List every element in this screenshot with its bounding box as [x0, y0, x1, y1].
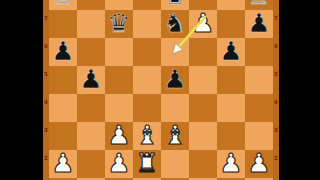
square-d5[interactable]	[133, 66, 161, 94]
square-f6[interactable]	[189, 38, 217, 66]
white-pawn-f7[interactable]: ♟	[189, 10, 217, 38]
square-d1[interactable]	[133, 178, 161, 180]
square-d2[interactable]: ♜	[133, 150, 161, 178]
square-b3[interactable]	[77, 122, 105, 150]
square-e7[interactable]: ♞	[161, 10, 189, 38]
square-c6[interactable]	[105, 38, 133, 66]
square-f5[interactable]	[189, 66, 217, 94]
white-bishop-e3[interactable]: ♝	[161, 122, 189, 150]
square-a3[interactable]	[49, 122, 77, 150]
square-g5[interactable]	[217, 66, 245, 94]
square-h3[interactable]	[245, 122, 273, 150]
square-c5[interactable]	[105, 66, 133, 94]
square-f4[interactable]	[189, 94, 217, 122]
square-g8[interactable]	[217, 0, 245, 10]
black-pawn-h7[interactable]: ♟	[245, 10, 273, 38]
square-c1[interactable]	[105, 178, 133, 180]
black-queen-c7[interactable]: ♛	[105, 10, 133, 38]
square-a1[interactable]	[49, 178, 77, 180]
black-pawn-b5[interactable]: ♟	[77, 66, 105, 94]
square-d6[interactable]	[133, 38, 161, 66]
square-a5[interactable]	[49, 66, 77, 94]
square-c2[interactable]: ♟	[105, 150, 133, 178]
square-b1[interactable]	[77, 178, 105, 180]
square-a4[interactable]	[49, 94, 77, 122]
square-b6[interactable]	[77, 38, 105, 66]
square-e2[interactable]	[161, 150, 189, 178]
square-h7[interactable]: ♟	[245, 10, 273, 38]
black-pawn-e5[interactable]: ♟	[161, 66, 189, 94]
square-d3[interactable]: ♝	[133, 122, 161, 150]
black-rook-a8[interactable]: ♜	[49, 0, 77, 10]
square-d8[interactable]	[133, 0, 161, 10]
square-f1[interactable]: ♜	[189, 178, 217, 180]
square-b8[interactable]	[77, 0, 105, 10]
square-g2[interactable]: ♟	[217, 150, 245, 178]
square-b4[interactable]	[77, 94, 105, 122]
square-g7[interactable]	[217, 10, 245, 38]
white-bishop-d3[interactable]: ♝	[133, 122, 161, 150]
square-h4[interactable]	[245, 94, 273, 122]
square-b5[interactable]: ♟	[77, 66, 105, 94]
square-c4[interactable]	[105, 94, 133, 122]
square-g4[interactable]	[217, 94, 245, 122]
white-rook-f1[interactable]: ♜	[189, 178, 217, 180]
square-c3[interactable]: ♟	[105, 122, 133, 150]
chess-app-viewport: ♜♚♜♛♞♟♟♟♟♟♟♟♝♝♟♟♜♟♟♜♚ 776655443322	[0, 0, 320, 180]
square-h5[interactable]	[245, 66, 273, 94]
square-e4[interactable]	[161, 94, 189, 122]
white-pawn-g2[interactable]: ♟	[217, 150, 245, 178]
square-a2[interactable]: ♟	[49, 150, 77, 178]
chess-board: ♜♚♜♛♞♟♟♟♟♟♟♟♝♝♟♟♜♟♟♜♚	[49, 0, 273, 180]
square-g1[interactable]: ♚	[217, 178, 245, 180]
square-b2[interactable]	[77, 150, 105, 178]
square-a6[interactable]: ♟	[49, 38, 77, 66]
black-knight-e7[interactable]: ♞	[161, 10, 189, 38]
square-d4[interactable]	[133, 94, 161, 122]
square-e6[interactable]	[161, 38, 189, 66]
square-e1[interactable]	[161, 178, 189, 180]
black-pawn-g6[interactable]: ♟	[217, 38, 245, 66]
square-e5[interactable]: ♟	[161, 66, 189, 94]
square-c7[interactable]: ♛	[105, 10, 133, 38]
white-pawn-a2[interactable]: ♟	[49, 150, 77, 178]
square-a8[interactable]: ♜	[49, 0, 77, 10]
square-f3[interactable]	[189, 122, 217, 150]
square-h1[interactable]	[245, 178, 273, 180]
square-h6[interactable]	[245, 38, 273, 66]
black-pawn-a6[interactable]: ♟	[49, 38, 77, 66]
board-frame-right	[273, 0, 279, 180]
square-b7[interactable]	[77, 10, 105, 38]
square-e3[interactable]: ♝	[161, 122, 189, 150]
white-pawn-c3[interactable]: ♟	[105, 122, 133, 150]
square-a7[interactable]	[49, 10, 77, 38]
square-f2[interactable]	[189, 150, 217, 178]
square-g6[interactable]: ♟	[217, 38, 245, 66]
square-f7[interactable]: ♟	[189, 10, 217, 38]
white-king-g1[interactable]: ♚	[217, 178, 245, 180]
square-h2[interactable]: ♟	[245, 150, 273, 178]
white-pawn-h2[interactable]: ♟	[245, 150, 273, 178]
white-pawn-c2[interactable]: ♟	[105, 150, 133, 178]
square-d7[interactable]	[133, 10, 161, 38]
white-rook-d2[interactable]: ♜	[133, 150, 161, 178]
square-g3[interactable]	[217, 122, 245, 150]
